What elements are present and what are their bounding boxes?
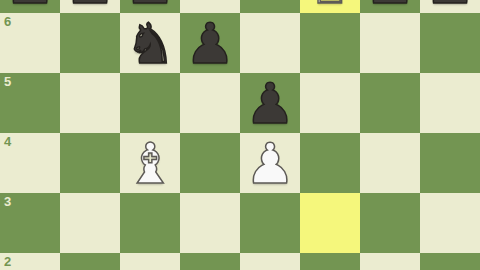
rank-label-5: 5 xyxy=(4,75,11,88)
square-b6[interactable] xyxy=(60,13,120,73)
rank-label-3: 3 xyxy=(4,195,11,208)
square-e3[interactable] xyxy=(240,193,300,253)
square-a4[interactable]: 4 xyxy=(0,133,60,193)
square-b4[interactable] xyxy=(60,133,120,193)
square-c5[interactable] xyxy=(120,73,180,133)
square-a3[interactable]: 3 xyxy=(0,193,60,253)
rank-label-2: 2 xyxy=(4,255,11,268)
square-f5[interactable] xyxy=(300,73,360,133)
square-c6[interactable]: ♞ xyxy=(120,13,180,73)
square-d6[interactable]: ♟ xyxy=(180,13,240,73)
white-pawn[interactable]: ♟ xyxy=(245,134,295,194)
square-a6[interactable]: 6 xyxy=(0,13,60,73)
square-g7[interactable]: ♟ xyxy=(360,0,420,13)
square-f4[interactable] xyxy=(300,133,360,193)
square-c4[interactable]: ♝ xyxy=(120,133,180,193)
square-a5[interactable]: 5 xyxy=(0,73,60,133)
square-g2[interactable] xyxy=(360,253,420,270)
square-c3[interactable] xyxy=(120,193,180,253)
square-e2[interactable] xyxy=(240,253,300,270)
square-b5[interactable] xyxy=(60,73,120,133)
square-g4[interactable] xyxy=(360,133,420,193)
square-d3[interactable] xyxy=(180,193,240,253)
white-queen[interactable]: ♛ xyxy=(305,0,355,14)
black-pawn[interactable]: ♟ xyxy=(185,14,235,74)
square-e5[interactable]: ♟ xyxy=(240,73,300,133)
square-g6[interactable] xyxy=(360,13,420,73)
square-h6[interactable] xyxy=(420,13,480,73)
square-d5[interactable] xyxy=(180,73,240,133)
square-h7[interactable]: ♟ xyxy=(420,0,480,13)
square-h2[interactable] xyxy=(420,253,480,270)
square-a7[interactable]: ♟ xyxy=(0,0,60,13)
black-pawn[interactable]: ♟ xyxy=(65,0,115,14)
chessboard-viewport: ♟♟♟♛♟♟6♞♟5♟4♝♟32 xyxy=(0,0,480,270)
black-pawn[interactable]: ♟ xyxy=(5,0,55,14)
square-h4[interactable] xyxy=(420,133,480,193)
square-c2[interactable] xyxy=(120,253,180,270)
rank-label-6: 6 xyxy=(4,15,11,28)
square-f3[interactable] xyxy=(300,193,360,253)
chess-board: ♟♟♟♛♟♟6♞♟5♟4♝♟32 xyxy=(0,0,480,270)
square-g3[interactable] xyxy=(360,193,420,253)
square-h3[interactable] xyxy=(420,193,480,253)
square-b7[interactable]: ♟ xyxy=(60,0,120,13)
black-knight[interactable]: ♞ xyxy=(125,14,175,74)
square-b3[interactable] xyxy=(60,193,120,253)
square-f7[interactable]: ♛ xyxy=(300,0,360,13)
square-f6[interactable] xyxy=(300,13,360,73)
square-e6[interactable] xyxy=(240,13,300,73)
square-a2[interactable]: 2 xyxy=(0,253,60,270)
square-h5[interactable] xyxy=(420,73,480,133)
square-b2[interactable] xyxy=(60,253,120,270)
square-e4[interactable]: ♟ xyxy=(240,133,300,193)
square-g5[interactable] xyxy=(360,73,420,133)
square-f2[interactable] xyxy=(300,253,360,270)
black-pawn[interactable]: ♟ xyxy=(245,74,295,134)
square-e7[interactable] xyxy=(240,0,300,13)
black-pawn[interactable]: ♟ xyxy=(365,0,415,14)
rank-label-4: 4 xyxy=(4,135,11,148)
black-pawn[interactable]: ♟ xyxy=(425,0,475,14)
white-bishop[interactable]: ♝ xyxy=(125,134,175,194)
square-d2[interactable] xyxy=(180,253,240,270)
square-d4[interactable] xyxy=(180,133,240,193)
